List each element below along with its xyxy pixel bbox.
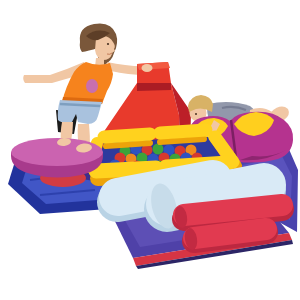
- upper-bolster: [184, 205, 282, 215]
- pit-back-wall-right: [160, 130, 206, 133]
- girl-right-hand: [142, 64, 153, 72]
- pit-front-wall-left: [96, 168, 156, 171]
- pit-back-wall-left: [104, 134, 150, 137]
- softplay-scene: [0, 0, 300, 300]
- wedge-step-shadow: [137, 83, 171, 91]
- product-photo: [0, 0, 300, 300]
- girl-top-graphic: [86, 79, 98, 93]
- ball-g: [153, 144, 164, 155]
- disc-top: [11, 138, 103, 166]
- red-bolsters: [184, 205, 282, 241]
- toddler-eye: [195, 113, 197, 115]
- lower-bolster: [194, 229, 266, 238]
- girl-eye: [107, 43, 109, 45]
